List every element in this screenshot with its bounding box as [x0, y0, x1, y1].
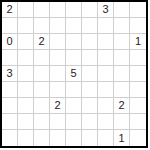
cell-r4c2[interactable]: [18, 50, 34, 66]
cell-r8c6[interactable]: [82, 114, 98, 130]
cell-r8c3[interactable]: [34, 114, 50, 130]
cell-r5c6[interactable]: [82, 66, 98, 82]
cell-r3c4[interactable]: [50, 34, 66, 50]
cell-r5c8[interactable]: [114, 66, 130, 82]
cell-r8c1[interactable]: [2, 114, 18, 130]
cell-r5c2[interactable]: [18, 66, 34, 82]
cell-r7c6[interactable]: [82, 98, 98, 114]
cell-r1c4[interactable]: [50, 2, 66, 18]
cell-r8c4[interactable]: [50, 114, 66, 130]
cell-r3c6[interactable]: [82, 34, 98, 50]
cell-r2c1[interactable]: [2, 18, 18, 34]
cell-r2c8[interactable]: [114, 18, 130, 34]
puzzle-board: 2302135221: [0, 0, 148, 148]
cell-r1c6[interactable]: [82, 2, 98, 18]
cell-r6c7[interactable]: [98, 82, 114, 98]
cell-r3c3: 2: [34, 34, 50, 50]
cell-r2c3[interactable]: [34, 18, 50, 34]
cell-r1c8[interactable]: [114, 2, 130, 18]
cell-r4c5[interactable]: [66, 50, 82, 66]
cell-r4c9[interactable]: [130, 50, 146, 66]
cell-r1c3[interactable]: [34, 2, 50, 18]
cell-r6c3[interactable]: [34, 82, 50, 98]
cell-r9c8: 1: [114, 130, 130, 146]
cell-r5c5: 5: [66, 66, 82, 82]
cell-r4c3[interactable]: [34, 50, 50, 66]
cell-r9c1[interactable]: [2, 130, 18, 146]
cell-r3c9: 1: [130, 34, 146, 50]
cell-r1c1: 2: [2, 2, 18, 18]
cell-r6c1[interactable]: [2, 82, 18, 98]
cell-r3c1: 0: [2, 34, 18, 50]
cell-r6c2[interactable]: [18, 82, 34, 98]
cell-r8c2[interactable]: [18, 114, 34, 130]
cell-r8c5[interactable]: [66, 114, 82, 130]
cell-r2c2[interactable]: [18, 18, 34, 34]
cell-r3c2[interactable]: [18, 34, 34, 50]
cell-r6c9[interactable]: [130, 82, 146, 98]
cell-r4c6[interactable]: [82, 50, 98, 66]
cell-r5c7[interactable]: [98, 66, 114, 82]
cell-r6c8[interactable]: [114, 82, 130, 98]
cell-r4c8[interactable]: [114, 50, 130, 66]
cell-r7c8: 2: [114, 98, 130, 114]
cell-r2c5[interactable]: [66, 18, 82, 34]
cell-r1c7: 3: [98, 2, 114, 18]
cell-r2c4[interactable]: [50, 18, 66, 34]
cell-r9c9[interactable]: [130, 130, 146, 146]
cell-r7c5[interactable]: [66, 98, 82, 114]
cell-r4c1[interactable]: [2, 50, 18, 66]
cell-r3c8[interactable]: [114, 34, 130, 50]
cell-r4c4[interactable]: [50, 50, 66, 66]
cell-r2c9[interactable]: [130, 18, 146, 34]
cell-r9c4[interactable]: [50, 130, 66, 146]
cell-r2c6[interactable]: [82, 18, 98, 34]
cell-r5c9[interactable]: [130, 66, 146, 82]
cell-r6c6[interactable]: [82, 82, 98, 98]
cell-r6c5[interactable]: [66, 82, 82, 98]
cell-r3c7[interactable]: [98, 34, 114, 50]
cell-r8c7[interactable]: [98, 114, 114, 130]
cell-r7c1[interactable]: [2, 98, 18, 114]
cell-r4c7[interactable]: [98, 50, 114, 66]
cell-r6c4[interactable]: [50, 82, 66, 98]
cell-r5c3[interactable]: [34, 66, 50, 82]
cell-r5c1: 3: [2, 66, 18, 82]
cell-r5c4[interactable]: [50, 66, 66, 82]
cell-r7c3[interactable]: [34, 98, 50, 114]
cell-r2c7[interactable]: [98, 18, 114, 34]
cell-r9c2[interactable]: [18, 130, 34, 146]
cell-r8c9[interactable]: [130, 114, 146, 130]
cell-r3c5[interactable]: [66, 34, 82, 50]
cell-r1c9[interactable]: [130, 2, 146, 18]
cell-r9c6[interactable]: [82, 130, 98, 146]
cell-r8c8[interactable]: [114, 114, 130, 130]
cell-r9c3[interactable]: [34, 130, 50, 146]
cell-r1c5[interactable]: [66, 2, 82, 18]
cell-r1c2[interactable]: [18, 2, 34, 18]
cell-r9c5[interactable]: [66, 130, 82, 146]
cell-r7c9[interactable]: [130, 98, 146, 114]
cell-r7c7[interactable]: [98, 98, 114, 114]
cell-r9c7[interactable]: [98, 130, 114, 146]
cell-r7c2[interactable]: [18, 98, 34, 114]
cell-r7c4: 2: [50, 98, 66, 114]
